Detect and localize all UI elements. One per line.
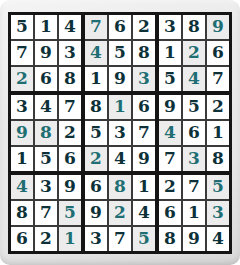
cell-r8c7[interactable]: 6 bbox=[159, 201, 181, 225]
cell-r5c5[interactable]: 3 bbox=[109, 121, 131, 145]
cell-r9c5[interactable]: 7 bbox=[109, 227, 131, 251]
cell-r6c3[interactable]: 6 bbox=[59, 147, 81, 171]
cell-r2c9[interactable]: 6 bbox=[207, 41, 229, 65]
cell-r6c1[interactable]: 1 bbox=[11, 147, 33, 171]
cell-r1c7[interactable]: 3 bbox=[159, 15, 181, 39]
cell-r8c5[interactable]: 2 bbox=[109, 201, 131, 225]
cell-r2c1[interactable]: 7 bbox=[11, 41, 33, 65]
cell-r4c3[interactable]: 7 bbox=[59, 95, 81, 119]
cell-r1c6[interactable]: 2 bbox=[133, 15, 155, 39]
cell-r3c7[interactable]: 5 bbox=[159, 67, 181, 91]
sudoku-board: 5147932687624581933891265473479821568165… bbox=[8, 12, 232, 254]
cell-r6c2[interactable]: 5 bbox=[35, 147, 57, 171]
sudoku-box-4: 347982156 bbox=[11, 95, 81, 171]
cell-r5c7[interactable]: 4 bbox=[159, 121, 181, 145]
cell-r1c1[interactable]: 5 bbox=[11, 15, 33, 39]
cell-r9c7[interactable]: 8 bbox=[159, 227, 181, 251]
cell-r7c1[interactable]: 4 bbox=[11, 175, 33, 199]
cell-r3c2[interactable]: 6 bbox=[35, 67, 57, 91]
cell-r6c6[interactable]: 9 bbox=[133, 147, 155, 171]
cell-r3c8[interactable]: 4 bbox=[183, 67, 205, 91]
sudoku-box-5: 816537249 bbox=[85, 95, 155, 171]
cell-r1c4[interactable]: 7 bbox=[85, 15, 107, 39]
cell-r6c9[interactable]: 8 bbox=[207, 147, 229, 171]
cell-r5c8[interactable]: 6 bbox=[183, 121, 205, 145]
sudoku-box-8: 681924375 bbox=[85, 175, 155, 251]
cell-r2c5[interactable]: 5 bbox=[109, 41, 131, 65]
puzzle-frame: 5147932687624581933891265473479821568165… bbox=[0, 0, 240, 265]
cell-r4c5[interactable]: 1 bbox=[109, 95, 131, 119]
sudoku-box-3: 389126547 bbox=[159, 15, 229, 91]
sudoku-box-9: 275613894 bbox=[159, 175, 229, 251]
cell-r3c9[interactable]: 7 bbox=[207, 67, 229, 91]
cell-r7c6[interactable]: 1 bbox=[133, 175, 155, 199]
cell-r2c2[interactable]: 9 bbox=[35, 41, 57, 65]
cell-r3c1[interactable]: 2 bbox=[11, 67, 33, 91]
cell-r9c9[interactable]: 4 bbox=[207, 227, 229, 251]
cell-r4c9[interactable]: 2 bbox=[207, 95, 229, 119]
cell-r5c9[interactable]: 1 bbox=[207, 121, 229, 145]
cell-r5c4[interactable]: 5 bbox=[85, 121, 107, 145]
cell-r7c7[interactable]: 2 bbox=[159, 175, 181, 199]
cell-r5c3[interactable]: 2 bbox=[59, 121, 81, 145]
cell-r3c3[interactable]: 8 bbox=[59, 67, 81, 91]
cell-r6c7[interactable]: 7 bbox=[159, 147, 181, 171]
cell-r2c3[interactable]: 3 bbox=[59, 41, 81, 65]
cell-r9c4[interactable]: 3 bbox=[85, 227, 107, 251]
cell-r1c8[interactable]: 8 bbox=[183, 15, 205, 39]
cell-r8c1[interactable]: 8 bbox=[11, 201, 33, 225]
cell-r4c4[interactable]: 8 bbox=[85, 95, 107, 119]
cell-r8c6[interactable]: 4 bbox=[133, 201, 155, 225]
cell-r5c1[interactable]: 9 bbox=[11, 121, 33, 145]
cell-r1c3[interactable]: 4 bbox=[59, 15, 81, 39]
cell-r4c2[interactable]: 4 bbox=[35, 95, 57, 119]
sudoku-box-6: 952461738 bbox=[159, 95, 229, 171]
cell-r7c5[interactable]: 8 bbox=[109, 175, 131, 199]
cell-r7c9[interactable]: 5 bbox=[207, 175, 229, 199]
cell-r8c3[interactable]: 5 bbox=[59, 201, 81, 225]
cell-r4c1[interactable]: 3 bbox=[11, 95, 33, 119]
cell-r5c6[interactable]: 7 bbox=[133, 121, 155, 145]
cell-r9c6[interactable]: 5 bbox=[133, 227, 155, 251]
cell-r4c8[interactable]: 5 bbox=[183, 95, 205, 119]
cell-r2c7[interactable]: 1 bbox=[159, 41, 181, 65]
cell-r9c1[interactable]: 6 bbox=[11, 227, 33, 251]
cell-r9c2[interactable]: 2 bbox=[35, 227, 57, 251]
cell-r2c8[interactable]: 2 bbox=[183, 41, 205, 65]
sudoku-box-7: 439875621 bbox=[11, 175, 81, 251]
cell-r6c8[interactable]: 3 bbox=[183, 147, 205, 171]
cell-r8c4[interactable]: 9 bbox=[85, 201, 107, 225]
cell-r1c2[interactable]: 1 bbox=[35, 15, 57, 39]
cell-r1c5[interactable]: 6 bbox=[109, 15, 131, 39]
cell-r4c7[interactable]: 9 bbox=[159, 95, 181, 119]
cell-r8c2[interactable]: 7 bbox=[35, 201, 57, 225]
cell-r3c5[interactable]: 9 bbox=[109, 67, 131, 91]
sudoku-box-2: 762458193 bbox=[85, 15, 155, 91]
cell-r2c4[interactable]: 4 bbox=[85, 41, 107, 65]
cell-r7c4[interactable]: 6 bbox=[85, 175, 107, 199]
cell-r8c8[interactable]: 1 bbox=[183, 201, 205, 225]
cell-r9c8[interactable]: 9 bbox=[183, 227, 205, 251]
cell-r3c4[interactable]: 1 bbox=[85, 67, 107, 91]
cell-r4c6[interactable]: 6 bbox=[133, 95, 155, 119]
cell-r6c4[interactable]: 2 bbox=[85, 147, 107, 171]
cell-r9c3[interactable]: 1 bbox=[59, 227, 81, 251]
cell-r3c6[interactable]: 3 bbox=[133, 67, 155, 91]
cell-r6c5[interactable]: 4 bbox=[109, 147, 131, 171]
cell-r1c9[interactable]: 9 bbox=[207, 15, 229, 39]
cell-r7c3[interactable]: 9 bbox=[59, 175, 81, 199]
cell-r7c2[interactable]: 3 bbox=[35, 175, 57, 199]
cell-r2c6[interactable]: 8 bbox=[133, 41, 155, 65]
cell-r7c8[interactable]: 7 bbox=[183, 175, 205, 199]
cell-r8c9[interactable]: 3 bbox=[207, 201, 229, 225]
cell-r5c2[interactable]: 8 bbox=[35, 121, 57, 145]
sudoku-box-1: 514793268 bbox=[11, 15, 81, 91]
